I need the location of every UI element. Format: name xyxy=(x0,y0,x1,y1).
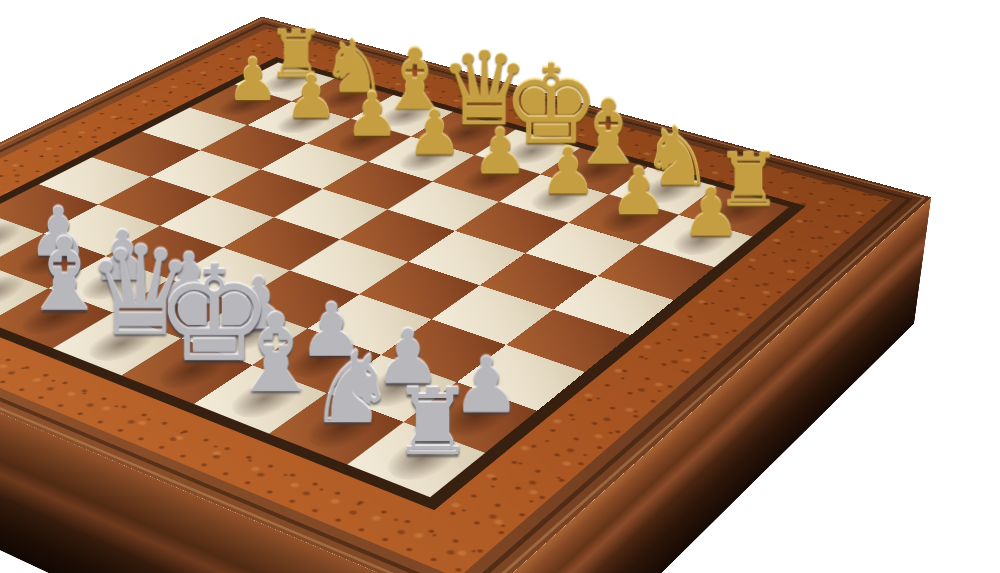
pawn-glyph: ♟ xyxy=(284,71,337,126)
piece-silver-rook-h1[interactable]: ♜ xyxy=(383,381,482,465)
piece-brass-pawn-g7[interactable]: ♟ xyxy=(597,163,679,223)
piece-brass-pawn-h7[interactable]: ♟ xyxy=(670,184,753,245)
pawn-glyph: ♟ xyxy=(609,163,667,223)
scene: ♜♟♟♜♞♟♟♞♝♟♟♝♛♟♟♛♚♟♟♚♝♟♟♝♞♟♟♞♜♟♟♜ xyxy=(0,0,1000,573)
pawn-glyph: ♟ xyxy=(682,184,741,245)
pawn-glyph: ♟ xyxy=(345,88,399,144)
photo-viewport: ♜♟♟♜♞♟♟♞♝♟♟♝♛♟♟♛♚♟♟♚♝♟♟♝♞♟♟♞♜♟♟♜ xyxy=(0,0,1000,573)
pawn-glyph: ♟ xyxy=(472,124,528,182)
chess-case: ♜♟♟♜♞♟♟♞♝♟♟♝♛♟♟♛♚♟♟♚♝♟♟♝♞♟♟♞♜♟♟♜ xyxy=(0,17,931,573)
piece-brass-pawn-f7[interactable]: ♟ xyxy=(528,143,608,202)
pawn-glyph: ♟ xyxy=(539,143,596,202)
pawn-glyph: ♟ xyxy=(407,106,462,163)
pawn-glyph: ♟ xyxy=(226,54,278,108)
rook-glyph: ♜ xyxy=(392,381,474,465)
